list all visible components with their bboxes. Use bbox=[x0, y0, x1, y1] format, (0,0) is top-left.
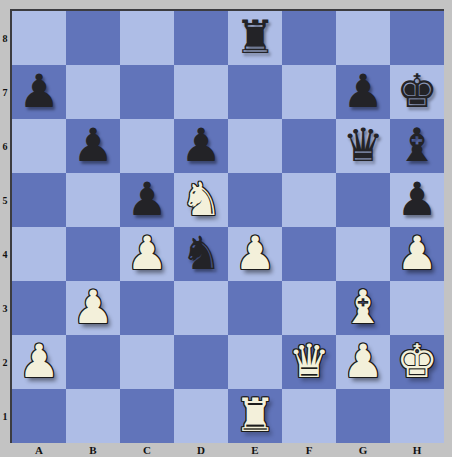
square-b2[interactable] bbox=[66, 335, 120, 389]
square-b4[interactable] bbox=[66, 227, 120, 281]
square-e7[interactable] bbox=[228, 65, 282, 119]
chess-board: ♜♟♟♚♟♟♛♝♟♞♟♟♞♟♟♟♝♟♛♟♚♜ bbox=[10, 9, 444, 443]
square-f2[interactable]: ♛ bbox=[282, 335, 336, 389]
file-label-b: B bbox=[66, 443, 120, 457]
piece-white-bishop[interactable]: ♝ bbox=[342, 284, 383, 330]
square-a7[interactable]: ♟ bbox=[12, 65, 66, 119]
piece-black-knight[interactable]: ♞ bbox=[180, 230, 221, 276]
square-a8[interactable] bbox=[12, 11, 66, 65]
square-f3[interactable] bbox=[282, 281, 336, 335]
square-b3[interactable]: ♟ bbox=[66, 281, 120, 335]
piece-white-pawn[interactable]: ♟ bbox=[234, 230, 275, 276]
square-f1[interactable] bbox=[282, 389, 336, 443]
square-b6[interactable]: ♟ bbox=[66, 119, 120, 173]
square-d7[interactable] bbox=[174, 65, 228, 119]
file-label-d: D bbox=[174, 443, 228, 457]
square-h6[interactable]: ♝ bbox=[390, 119, 444, 173]
piece-black-pawn[interactable]: ♟ bbox=[126, 176, 167, 222]
file-label-c: C bbox=[120, 443, 174, 457]
square-e8[interactable]: ♜ bbox=[228, 11, 282, 65]
square-d8[interactable] bbox=[174, 11, 228, 65]
piece-black-pawn[interactable]: ♟ bbox=[18, 68, 59, 114]
rank-label-5: 5 bbox=[0, 173, 10, 227]
square-e3[interactable] bbox=[228, 281, 282, 335]
piece-white-king[interactable]: ♚ bbox=[396, 338, 437, 384]
file-label-a: A bbox=[12, 443, 66, 457]
piece-white-pawn[interactable]: ♟ bbox=[342, 338, 383, 384]
piece-black-queen[interactable]: ♛ bbox=[342, 122, 383, 168]
square-g8[interactable] bbox=[336, 11, 390, 65]
square-b7[interactable] bbox=[66, 65, 120, 119]
piece-black-rook[interactable]: ♜ bbox=[234, 14, 275, 60]
square-e4[interactable]: ♟ bbox=[228, 227, 282, 281]
square-a2[interactable]: ♟ bbox=[12, 335, 66, 389]
square-b8[interactable] bbox=[66, 11, 120, 65]
square-c7[interactable] bbox=[120, 65, 174, 119]
square-a3[interactable] bbox=[12, 281, 66, 335]
square-a6[interactable] bbox=[12, 119, 66, 173]
square-d6[interactable]: ♟ bbox=[174, 119, 228, 173]
rank-label-6: 6 bbox=[0, 119, 10, 173]
square-a4[interactable] bbox=[12, 227, 66, 281]
piece-black-pawn[interactable]: ♟ bbox=[396, 176, 437, 222]
square-c8[interactable] bbox=[120, 11, 174, 65]
square-f5[interactable] bbox=[282, 173, 336, 227]
board-frame: 87654321 ♜♟♟♚♟♟♛♝♟♞♟♟♞♟♟♟♝♟♛♟♚♜ ABCDEFGH bbox=[0, 0, 452, 457]
file-label-f: F bbox=[282, 443, 336, 457]
piece-black-bishop[interactable]: ♝ bbox=[396, 122, 437, 168]
square-b5[interactable] bbox=[66, 173, 120, 227]
square-h2[interactable]: ♚ bbox=[390, 335, 444, 389]
square-d5[interactable]: ♞ bbox=[174, 173, 228, 227]
square-c4[interactable]: ♟ bbox=[120, 227, 174, 281]
square-f4[interactable] bbox=[282, 227, 336, 281]
square-g5[interactable] bbox=[336, 173, 390, 227]
rank-label-3: 3 bbox=[0, 281, 10, 335]
rank-label-2: 2 bbox=[0, 335, 10, 389]
rank-labels: 87654321 bbox=[0, 11, 10, 443]
square-e2[interactable] bbox=[228, 335, 282, 389]
square-h5[interactable]: ♟ bbox=[390, 173, 444, 227]
square-h8[interactable] bbox=[390, 11, 444, 65]
piece-black-king[interactable]: ♚ bbox=[396, 68, 437, 114]
square-c1[interactable] bbox=[120, 389, 174, 443]
square-g2[interactable]: ♟ bbox=[336, 335, 390, 389]
square-g3[interactable]: ♝ bbox=[336, 281, 390, 335]
piece-black-pawn[interactable]: ♟ bbox=[72, 122, 113, 168]
square-g1[interactable] bbox=[336, 389, 390, 443]
square-e5[interactable] bbox=[228, 173, 282, 227]
square-d2[interactable] bbox=[174, 335, 228, 389]
square-g4[interactable] bbox=[336, 227, 390, 281]
square-h4[interactable]: ♟ bbox=[390, 227, 444, 281]
square-c2[interactable] bbox=[120, 335, 174, 389]
piece-white-pawn[interactable]: ♟ bbox=[126, 230, 167, 276]
rank-label-1: 1 bbox=[0, 389, 10, 443]
square-a1[interactable] bbox=[12, 389, 66, 443]
piece-white-pawn[interactable]: ♟ bbox=[396, 230, 437, 276]
square-h7[interactable]: ♚ bbox=[390, 65, 444, 119]
square-e1[interactable]: ♜ bbox=[228, 389, 282, 443]
square-c5[interactable]: ♟ bbox=[120, 173, 174, 227]
square-h3[interactable] bbox=[390, 281, 444, 335]
square-f6[interactable] bbox=[282, 119, 336, 173]
square-e6[interactable] bbox=[228, 119, 282, 173]
square-d1[interactable] bbox=[174, 389, 228, 443]
piece-white-rook[interactable]: ♜ bbox=[234, 392, 275, 438]
piece-white-queen[interactable]: ♛ bbox=[288, 338, 329, 384]
square-a5[interactable] bbox=[12, 173, 66, 227]
file-label-e: E bbox=[228, 443, 282, 457]
square-c6[interactable] bbox=[120, 119, 174, 173]
piece-black-pawn[interactable]: ♟ bbox=[180, 122, 221, 168]
square-h1[interactable] bbox=[390, 389, 444, 443]
square-b1[interactable] bbox=[66, 389, 120, 443]
piece-white-knight[interactable]: ♞ bbox=[180, 176, 221, 222]
file-label-g: G bbox=[336, 443, 390, 457]
square-f8[interactable] bbox=[282, 11, 336, 65]
piece-black-pawn[interactable]: ♟ bbox=[342, 68, 383, 114]
rank-label-8: 8 bbox=[0, 11, 10, 65]
rank-label-4: 4 bbox=[0, 227, 10, 281]
square-f7[interactable] bbox=[282, 65, 336, 119]
piece-white-pawn[interactable]: ♟ bbox=[18, 338, 59, 384]
square-d4[interactable]: ♞ bbox=[174, 227, 228, 281]
file-label-h: H bbox=[390, 443, 444, 457]
piece-white-pawn[interactable]: ♟ bbox=[72, 284, 113, 330]
square-g7[interactable]: ♟ bbox=[336, 65, 390, 119]
file-labels: ABCDEFGH bbox=[12, 443, 444, 457]
square-d3[interactable] bbox=[174, 281, 228, 335]
square-c3[interactable] bbox=[120, 281, 174, 335]
rank-label-7: 7 bbox=[0, 65, 10, 119]
square-g6[interactable]: ♛ bbox=[336, 119, 390, 173]
